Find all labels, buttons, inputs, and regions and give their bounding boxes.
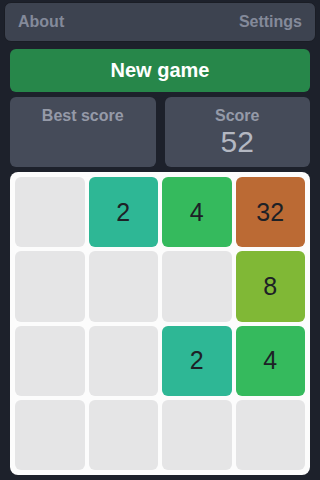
navigation-bar: About Settings: [4, 2, 316, 42]
empty-cell: [162, 251, 232, 321]
empty-cell: [15, 177, 85, 247]
tile-32: 32: [236, 177, 306, 247]
settings-button[interactable]: Settings: [239, 13, 302, 31]
empty-cell: [89, 400, 159, 470]
score-value: 52: [221, 125, 254, 160]
best-score-label: Best score: [42, 107, 124, 125]
empty-cell: [89, 251, 159, 321]
best-score-panel: Best score: [10, 97, 156, 167]
tile-4: 4: [162, 177, 232, 247]
score-row: Best score Score 52: [10, 97, 310, 167]
score-label: Score: [215, 107, 259, 125]
empty-cell: [15, 400, 85, 470]
about-button[interactable]: About: [18, 13, 64, 31]
tile-2: 2: [89, 177, 159, 247]
empty-cell: [89, 326, 159, 396]
empty-cell: [15, 251, 85, 321]
empty-cell: [236, 400, 306, 470]
tile-4: 4: [236, 326, 306, 396]
empty-cell: [15, 326, 85, 396]
new-game-button[interactable]: New game: [10, 49, 310, 92]
score-panel: Score 52: [165, 97, 311, 167]
board[interactable]: 2432824: [10, 172, 310, 475]
empty-cell: [162, 400, 232, 470]
tile-8: 8: [236, 251, 306, 321]
app-screen: About Settings New game Best score Score…: [0, 0, 320, 480]
tile-2: 2: [162, 326, 232, 396]
